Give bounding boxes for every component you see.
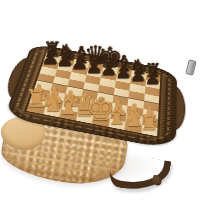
square-c1 (59, 109, 77, 120)
chess-board (1, 42, 179, 152)
board-frame (4, 43, 177, 150)
square-d1 (76, 112, 94, 123)
board-rotation-wrapper (2, 0, 194, 188)
board-grid (27, 53, 161, 136)
square-f1 (108, 118, 125, 130)
chess-set-photo: ♜♞♝♛♚♝♞♜♟♟♟♟♟♟♟♟♟♟♟♟♟♟♟♟♜♞♝♛♚♝♞♜ (0, 0, 200, 200)
square-g1 (124, 122, 141, 134)
square-h1 (141, 125, 158, 137)
square-e1 (92, 115, 110, 127)
